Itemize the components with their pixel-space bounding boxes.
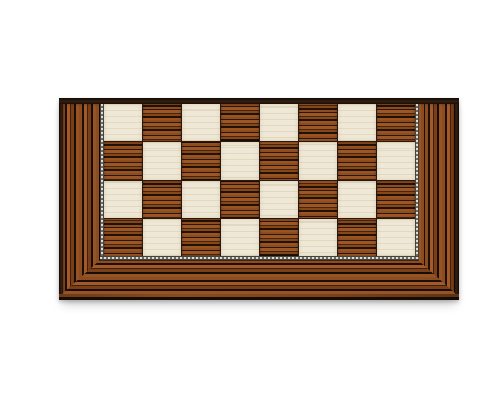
board-square-r4c7[interactable]: [338, 219, 376, 256]
board-square-r2c3[interactable]: [182, 142, 220, 179]
board-square-r3c2[interactable]: [143, 181, 181, 218]
metal-trim-right: [415, 104, 419, 260]
board-square-r2c7[interactable]: [338, 142, 376, 179]
board-square-r4c4[interactable]: [221, 219, 259, 256]
board-square-r3c6[interactable]: [299, 181, 337, 218]
metal-trim-bottom: [100, 256, 419, 260]
board-square-r3c4[interactable]: [221, 181, 259, 218]
board-left-edge: [59, 98, 63, 294]
board-square-r2c5[interactable]: [260, 142, 298, 179]
metal-trim-left: [100, 104, 104, 260]
board-top-edge: [59, 98, 459, 104]
board-square-r1c8[interactable]: [377, 104, 415, 141]
board-square-r4c5[interactable]: [260, 219, 298, 256]
board-square-r2c8[interactable]: [377, 142, 415, 179]
board-square-r2c2[interactable]: [143, 142, 181, 179]
board-square-r2c6[interactable]: [299, 142, 337, 179]
board-square-r4c3[interactable]: [182, 219, 220, 256]
board-frame-bottom: [62, 260, 456, 294]
board-square-r4c1[interactable]: [104, 219, 142, 256]
board-square-r1c5[interactable]: [260, 104, 298, 141]
board-square-r2c1[interactable]: [104, 142, 142, 179]
board-square-r3c1[interactable]: [104, 181, 142, 218]
photo-background: [0, 0, 500, 400]
board-square-r2c4[interactable]: [221, 142, 259, 179]
board-square-r1c4[interactable]: [221, 104, 259, 141]
board-square-r1c1[interactable]: [104, 104, 142, 141]
board-square-r3c3[interactable]: [182, 181, 220, 218]
board-square-r1c2[interactable]: [143, 104, 181, 141]
board-square-r3c7[interactable]: [338, 181, 376, 218]
board-square-r1c3[interactable]: [182, 104, 220, 141]
board-square-r3c8[interactable]: [377, 181, 415, 218]
board-right-edge: [455, 98, 459, 294]
chess-case-board: [59, 98, 459, 300]
board-square-r4c6[interactable]: [299, 219, 337, 256]
board-square-r1c7[interactable]: [338, 104, 376, 141]
board-bottom-edge: [59, 297, 459, 300]
board-square-r4c2[interactable]: [143, 219, 181, 256]
playing-field: [104, 104, 415, 256]
board-square-r4c8[interactable]: [377, 219, 415, 256]
board-square-r3c5[interactable]: [260, 181, 298, 218]
board-square-r1c6[interactable]: [299, 104, 337, 141]
